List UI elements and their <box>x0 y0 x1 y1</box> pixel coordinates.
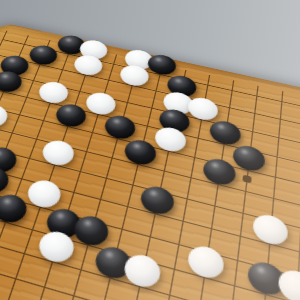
stone-glyph: ● <box>0 150 10 169</box>
go-board-photo: ●○○●●○○●●○○●○○●●●●○●○●●○●●○●○●●●○●○○●○ <box>0 0 300 300</box>
stone-glyph: ● <box>104 250 123 274</box>
stone-glyph: ● <box>0 74 16 90</box>
stone-glyph: ○ <box>45 84 62 101</box>
stone-glyph: ○ <box>80 57 96 72</box>
board-intersections: ●○○●●○○●●○○●○○●●●●○●○●●○●●○●○●●●○●○○●○ <box>0 21 300 300</box>
stone-glyph: ● <box>155 57 170 72</box>
stone-glyph: ○ <box>162 130 178 149</box>
stone-glyph: ○ <box>0 107 1 125</box>
go-board[interactable]: ●○○●●○○●●○○●○○●●●●○●○●●○●●○●○●●●○●○○●○ <box>0 22 300 300</box>
stone-glyph: ● <box>218 124 233 142</box>
stone-glyph: ● <box>82 219 101 242</box>
stone-glyph: ● <box>64 38 79 53</box>
stone-glyph: ○ <box>195 100 210 117</box>
stone-glyph: ● <box>63 107 80 124</box>
stone-glyph: ● <box>35 48 51 63</box>
stone-glyph: ○ <box>93 95 109 112</box>
stone-glyph: ● <box>132 143 149 162</box>
stone-glyph: ○ <box>197 250 215 274</box>
stone-glyph: ○ <box>127 68 142 84</box>
stone-glyph: ● <box>0 198 20 220</box>
stone-glyph: ○ <box>262 218 278 241</box>
stone-glyph: ○ <box>46 235 66 259</box>
stone-glyph: ○ <box>35 183 54 204</box>
stone-glyph: ● <box>241 149 256 168</box>
stone-glyph: ● <box>149 190 166 211</box>
stone-glyph: ● <box>112 118 128 136</box>
stone-glyph: ● <box>0 170 2 190</box>
stone-glyph: ○ <box>49 143 67 162</box>
stone-glyph: ● <box>211 162 227 182</box>
stone-glyph: ○ <box>133 258 152 283</box>
stone-glyph: ○ <box>289 274 300 300</box>
stone-glyph: ● <box>258 266 275 291</box>
